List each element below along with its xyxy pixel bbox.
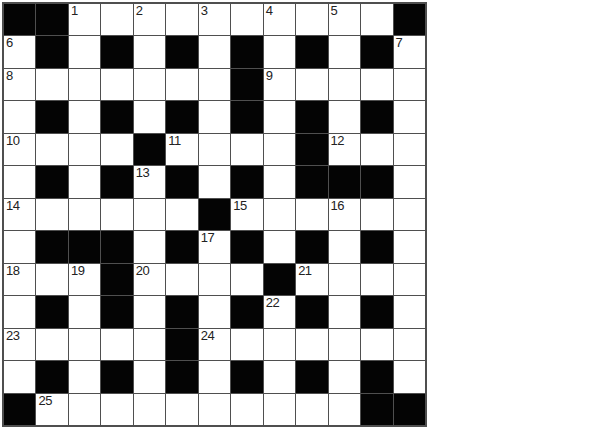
white-cell[interactable]: 12 (329, 134, 360, 165)
white-cell[interactable] (134, 199, 165, 230)
white-cell[interactable] (264, 36, 295, 67)
black-cell (4, 394, 35, 425)
white-cell[interactable] (199, 166, 230, 197)
white-cell[interactable] (134, 36, 165, 67)
white-cell[interactable]: 14 (4, 199, 35, 230)
white-cell[interactable] (264, 394, 295, 425)
white-cell[interactable] (166, 264, 197, 295)
black-cell (166, 329, 197, 360)
black-cell (166, 101, 197, 132)
black-cell (296, 231, 327, 262)
black-cell (231, 101, 262, 132)
white-cell[interactable]: 3 (199, 4, 230, 35)
crossword-grid: 1234567891011121314151617181920212223242… (2, 2, 427, 427)
white-cell[interactable] (394, 231, 425, 262)
black-cell (101, 231, 132, 262)
white-cell[interactable] (69, 394, 100, 425)
white-cell[interactable]: 13 (134, 166, 165, 197)
white-cell[interactable] (394, 329, 425, 360)
white-cell[interactable] (231, 394, 262, 425)
white-cell[interactable] (134, 361, 165, 392)
clue-number: 12 (331, 134, 344, 149)
white-cell[interactable] (69, 361, 100, 392)
clue-number: 24 (201, 329, 214, 344)
white-cell[interactable] (329, 361, 360, 392)
white-cell[interactable] (101, 329, 132, 360)
clue-number: 14 (6, 199, 19, 214)
white-cell[interactable] (69, 296, 100, 327)
clue-number: 5 (331, 4, 338, 19)
clue-number: 9 (266, 69, 273, 84)
white-cell[interactable] (199, 296, 230, 327)
black-cell (101, 36, 132, 67)
white-cell[interactable] (134, 394, 165, 425)
white-cell[interactable] (4, 296, 35, 327)
white-cell[interactable] (199, 361, 230, 392)
clue-number: 8 (6, 69, 13, 84)
white-cell[interactable] (69, 166, 100, 197)
black-cell (231, 296, 262, 327)
white-cell[interactable]: 10 (4, 134, 35, 165)
clue-number: 21 (298, 264, 311, 279)
black-cell (36, 36, 67, 67)
white-cell[interactable]: 23 (4, 329, 35, 360)
black-cell (166, 231, 197, 262)
white-cell[interactable] (36, 69, 67, 100)
white-cell[interactable] (264, 329, 295, 360)
white-cell[interactable]: 2 (134, 4, 165, 35)
white-cell[interactable] (394, 361, 425, 392)
black-cell (231, 69, 262, 100)
white-cell[interactable]: 5 (329, 4, 360, 35)
black-cell (361, 166, 392, 197)
white-cell[interactable] (394, 69, 425, 100)
white-cell[interactable] (69, 69, 100, 100)
white-cell[interactable]: 11 (166, 134, 197, 165)
white-cell[interactable] (329, 264, 360, 295)
white-cell[interactable] (69, 134, 100, 165)
white-cell[interactable]: 16 (329, 199, 360, 230)
clue-number: 20 (136, 264, 149, 279)
black-cell (361, 394, 392, 425)
black-cell (296, 134, 327, 165)
black-cell (166, 36, 197, 67)
black-cell (296, 101, 327, 132)
white-cell[interactable] (361, 69, 392, 100)
clue-number: 23 (6, 329, 19, 344)
white-cell[interactable] (394, 264, 425, 295)
clue-number: 11 (168, 134, 181, 149)
white-cell[interactable] (394, 166, 425, 197)
white-cell[interactable] (361, 329, 392, 360)
black-cell (166, 166, 197, 197)
white-cell[interactable] (361, 134, 392, 165)
clue-number: 19 (71, 264, 84, 279)
clue-number: 25 (38, 394, 51, 409)
clue-number: 17 (201, 231, 214, 246)
white-cell[interactable]: 17 (199, 231, 230, 262)
black-cell (134, 134, 165, 165)
black-cell (101, 264, 132, 295)
white-cell[interactable] (296, 69, 327, 100)
white-cell[interactable]: 7 (394, 36, 425, 67)
white-cell[interactable] (4, 166, 35, 197)
white-cell[interactable] (199, 36, 230, 67)
black-cell (231, 36, 262, 67)
black-cell (394, 394, 425, 425)
clue-number: 1 (71, 4, 78, 19)
white-cell[interactable] (394, 296, 425, 327)
white-cell[interactable] (231, 134, 262, 165)
white-cell[interactable] (166, 199, 197, 230)
white-cell[interactable] (101, 134, 132, 165)
white-cell[interactable] (329, 394, 360, 425)
clue-number: 3 (201, 4, 208, 19)
white-cell[interactable] (4, 231, 35, 262)
white-cell[interactable]: 9 (264, 69, 295, 100)
black-cell (36, 361, 67, 392)
white-cell[interactable]: 6 (4, 36, 35, 67)
black-cell (101, 361, 132, 392)
clue-number: 7 (396, 36, 403, 51)
white-cell[interactable] (329, 69, 360, 100)
white-cell[interactable]: 8 (4, 69, 35, 100)
white-cell[interactable] (166, 4, 197, 35)
white-cell[interactable] (134, 296, 165, 327)
clue-number: 22 (266, 296, 279, 311)
white-cell[interactable] (134, 101, 165, 132)
black-cell (361, 101, 392, 132)
white-cell[interactable] (329, 36, 360, 67)
white-cell[interactable] (361, 199, 392, 230)
white-cell[interactable] (134, 231, 165, 262)
white-cell[interactable] (264, 166, 295, 197)
white-cell[interactable] (166, 69, 197, 100)
black-cell (394, 4, 425, 35)
white-cell[interactable] (199, 69, 230, 100)
black-cell (231, 361, 262, 392)
white-cell[interactable] (36, 199, 67, 230)
black-cell (36, 166, 67, 197)
black-cell (361, 296, 392, 327)
white-cell[interactable] (264, 231, 295, 262)
clue-number: 10 (6, 134, 19, 149)
black-cell (4, 4, 35, 35)
clue-number: 13 (136, 166, 149, 181)
white-cell[interactable] (69, 101, 100, 132)
black-cell (101, 166, 132, 197)
white-cell[interactable] (134, 329, 165, 360)
black-cell (231, 231, 262, 262)
black-cell (361, 231, 392, 262)
clue-number: 15 (233, 199, 246, 214)
white-cell[interactable] (264, 361, 295, 392)
white-cell[interactable] (36, 329, 67, 360)
black-cell (296, 36, 327, 67)
white-cell[interactable] (231, 4, 262, 35)
white-cell[interactable] (329, 231, 360, 262)
white-cell[interactable]: 4 (264, 4, 295, 35)
black-cell (69, 231, 100, 262)
white-cell[interactable]: 22 (264, 296, 295, 327)
white-cell[interactable] (199, 134, 230, 165)
white-cell[interactable] (264, 199, 295, 230)
white-cell[interactable] (296, 4, 327, 35)
white-cell[interactable] (166, 394, 197, 425)
white-cell[interactable] (4, 361, 35, 392)
black-cell (166, 296, 197, 327)
white-cell[interactable] (4, 101, 35, 132)
white-cell[interactable] (264, 134, 295, 165)
white-cell[interactable] (296, 394, 327, 425)
white-cell[interactable] (199, 101, 230, 132)
white-cell[interactable] (329, 329, 360, 360)
black-cell (36, 101, 67, 132)
white-cell[interactable]: 20 (134, 264, 165, 295)
white-cell[interactable] (101, 394, 132, 425)
white-cell[interactable] (69, 199, 100, 230)
white-cell[interactable]: 18 (4, 264, 35, 295)
white-cell[interactable]: 1 (69, 4, 100, 35)
white-cell[interactable] (199, 264, 230, 295)
white-cell[interactable] (361, 264, 392, 295)
white-cell[interactable] (329, 101, 360, 132)
white-cell[interactable] (394, 134, 425, 165)
black-cell (101, 101, 132, 132)
page: 1234567891011121314151617181920212223242… (0, 0, 601, 427)
white-cell[interactable]: 24 (199, 329, 230, 360)
white-cell[interactable] (69, 329, 100, 360)
white-cell[interactable] (264, 101, 295, 132)
black-cell (199, 199, 230, 230)
white-cell[interactable] (134, 69, 165, 100)
black-cell (296, 166, 327, 197)
white-cell[interactable] (69, 36, 100, 67)
white-cell[interactable]: 25 (36, 394, 67, 425)
black-cell (296, 361, 327, 392)
clue-number: 4 (266, 4, 273, 19)
white-cell[interactable] (231, 264, 262, 295)
clue-number: 2 (136, 4, 143, 19)
white-cell[interactable] (101, 199, 132, 230)
white-cell[interactable] (101, 4, 132, 35)
black-cell (231, 166, 262, 197)
white-cell[interactable] (199, 394, 230, 425)
black-cell (296, 296, 327, 327)
black-cell (361, 361, 392, 392)
white-cell[interactable] (231, 329, 262, 360)
black-cell (36, 4, 67, 35)
white-cell[interactable] (394, 101, 425, 132)
white-cell[interactable] (36, 264, 67, 295)
white-cell[interactable] (361, 4, 392, 35)
white-cell[interactable] (329, 296, 360, 327)
white-cell[interactable] (296, 329, 327, 360)
clue-number: 16 (331, 199, 344, 214)
white-cell[interactable]: 19 (69, 264, 100, 295)
white-cell[interactable] (101, 69, 132, 100)
black-cell (264, 264, 295, 295)
clue-number: 18 (6, 264, 19, 279)
white-cell[interactable]: 15 (231, 199, 262, 230)
clue-number: 6 (6, 36, 13, 51)
black-cell (329, 166, 360, 197)
white-cell[interactable]: 21 (296, 264, 327, 295)
black-cell (361, 36, 392, 67)
white-cell[interactable] (36, 134, 67, 165)
white-cell[interactable] (394, 199, 425, 230)
black-cell (36, 231, 67, 262)
black-cell (166, 361, 197, 392)
black-cell (36, 296, 67, 327)
white-cell[interactable] (296, 199, 327, 230)
black-cell (101, 296, 132, 327)
